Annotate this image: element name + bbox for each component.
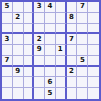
cell-r2c7[interactable]: 8 xyxy=(67,13,78,24)
cell-r6c4[interactable] xyxy=(34,56,45,67)
cell-r1c1[interactable]: 5 xyxy=(2,2,13,13)
cell-r7c7[interactable]: 2 xyxy=(67,67,78,78)
cell-r1c9[interactable] xyxy=(88,2,99,13)
cell-r2c1[interactable] xyxy=(2,13,13,24)
cell-r7c1[interactable] xyxy=(2,67,13,78)
cell-r7c3[interactable] xyxy=(24,67,35,78)
cell-r4c4[interactable]: 2 xyxy=(34,34,45,45)
cell-r6c6[interactable] xyxy=(56,56,67,67)
cell-r9c4[interactable] xyxy=(34,88,45,99)
cell-r3c4[interactable] xyxy=(34,24,45,35)
cell-r9c5[interactable]: 5 xyxy=(45,88,56,99)
cell-r6c7[interactable] xyxy=(67,56,78,67)
cell-r5c4[interactable]: 9 xyxy=(34,45,45,56)
cell-r1c6[interactable] xyxy=(56,2,67,13)
cell-r2c9[interactable] xyxy=(88,13,99,24)
cell-r6c5[interactable] xyxy=(45,56,56,67)
cell-r8c8[interactable] xyxy=(77,77,88,88)
cell-r7c8[interactable] xyxy=(77,67,88,78)
cell-r8c3[interactable] xyxy=(24,77,35,88)
cell-r6c2[interactable] xyxy=(13,56,24,67)
cell-r9c3[interactable] xyxy=(24,88,35,99)
cell-r2c8[interactable] xyxy=(77,13,88,24)
cell-r5c7[interactable] xyxy=(67,45,78,56)
cell-r7c2[interactable]: 9 xyxy=(13,67,24,78)
cell-r1c8[interactable]: 7 xyxy=(77,2,88,13)
cell-r2c3[interactable] xyxy=(24,13,35,24)
cell-r1c5[interactable]: 4 xyxy=(45,2,56,13)
cell-r4c9[interactable] xyxy=(88,34,99,45)
cell-r3c2[interactable] xyxy=(13,24,24,35)
cell-r6c9[interactable] xyxy=(88,56,99,67)
cell-r8c2[interactable] xyxy=(13,77,24,88)
cell-r2c6[interactable] xyxy=(56,13,67,24)
cell-r1c4[interactable]: 3 xyxy=(34,2,45,13)
cell-r9c6[interactable] xyxy=(56,88,67,99)
cell-r5c9[interactable] xyxy=(88,45,99,56)
cell-r4c2[interactable] xyxy=(13,34,24,45)
cell-r3c1[interactable] xyxy=(2,24,13,35)
cell-r4c7[interactable]: 7 xyxy=(67,34,78,45)
cell-r8c4[interactable] xyxy=(34,77,45,88)
cell-r7c5[interactable] xyxy=(45,67,56,78)
cell-r5c5[interactable] xyxy=(45,45,56,56)
cell-r2c5[interactable] xyxy=(45,13,56,24)
cell-r2c2[interactable]: 2 xyxy=(13,13,24,24)
cell-r5c8[interactable] xyxy=(77,45,88,56)
cell-r4c3[interactable] xyxy=(24,34,35,45)
cell-r8c6[interactable] xyxy=(56,77,67,88)
cell-r7c9[interactable] xyxy=(88,67,99,78)
cell-r9c9[interactable] xyxy=(88,88,99,99)
cell-r4c5[interactable] xyxy=(45,34,56,45)
cell-r8c5[interactable]: 6 xyxy=(45,77,56,88)
cell-r3c5[interactable] xyxy=(45,24,56,35)
cell-r7c6[interactable] xyxy=(56,67,67,78)
cell-r8c7[interactable] xyxy=(67,77,78,88)
cell-r3c3[interactable] xyxy=(24,24,35,35)
cell-r9c1[interactable] xyxy=(2,88,13,99)
cell-r1c7[interactable] xyxy=(67,2,78,13)
cell-r4c8[interactable] xyxy=(77,34,88,45)
cell-r6c1[interactable]: 7 xyxy=(2,56,13,67)
cell-r3c8[interactable] xyxy=(77,24,88,35)
cell-r3c7[interactable] xyxy=(67,24,78,35)
cell-r1c3[interactable] xyxy=(24,2,35,13)
cell-r5c6[interactable]: 1 xyxy=(56,45,67,56)
cell-r5c3[interactable] xyxy=(24,45,35,56)
cell-r9c2[interactable] xyxy=(13,88,24,99)
sudoku-board: 53472832791759265 xyxy=(0,0,101,101)
cell-r6c8[interactable]: 5 xyxy=(77,56,88,67)
cell-r9c8[interactable] xyxy=(77,88,88,99)
cell-r8c9[interactable] xyxy=(88,77,99,88)
cell-r9c7[interactable] xyxy=(67,88,78,99)
cell-r3c6[interactable] xyxy=(56,24,67,35)
cell-r8c1[interactable] xyxy=(2,77,13,88)
cell-r7c4[interactable] xyxy=(34,67,45,78)
cell-r1c2[interactable] xyxy=(13,2,24,13)
cell-r4c1[interactable]: 3 xyxy=(2,34,13,45)
cell-r4c6[interactable] xyxy=(56,34,67,45)
cell-r2c4[interactable] xyxy=(34,13,45,24)
cell-r5c1[interactable] xyxy=(2,45,13,56)
cell-r3c9[interactable] xyxy=(88,24,99,35)
cell-r6c3[interactable] xyxy=(24,56,35,67)
cell-r5c2[interactable] xyxy=(13,45,24,56)
